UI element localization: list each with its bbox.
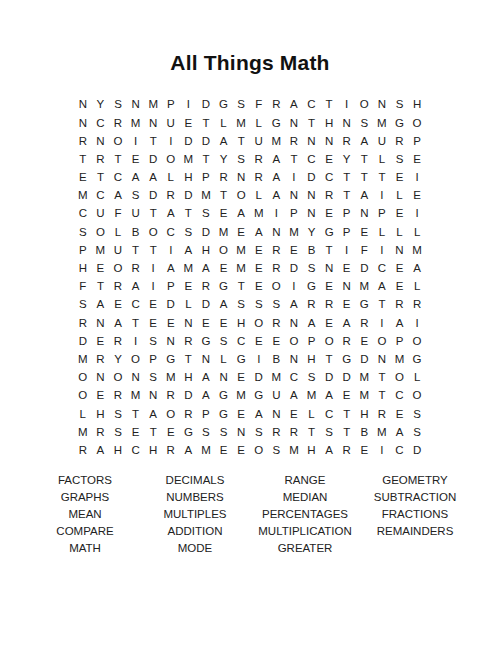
grid-cell: N [180, 314, 198, 332]
grid-cell: E [92, 260, 110, 278]
grid-cell: I [127, 332, 145, 350]
grid-cell: S [144, 369, 162, 387]
grid-cell: A [92, 442, 110, 460]
grid-cell: N [285, 114, 303, 132]
grid-cell: R [162, 442, 180, 460]
grid-cell: A [250, 223, 268, 241]
grid-cell: S [303, 369, 321, 387]
grid-cell: G [408, 351, 426, 369]
grid-cell: T [373, 296, 391, 314]
grid-cell: A [127, 278, 145, 296]
grid-cell: N [268, 405, 286, 423]
grid-cell: M [285, 442, 303, 460]
grid-cell: S [268, 442, 286, 460]
grid-cell: T [180, 205, 198, 223]
grid-cell: E [356, 223, 374, 241]
grid-cell: A [268, 169, 286, 187]
grid-cell: L [215, 351, 233, 369]
puzzle-page: All Things Math NYSNMPIDGSFRACTIONSHNCRM… [0, 51, 500, 647]
grid-cell: N [144, 387, 162, 405]
grid-cell: N [197, 351, 215, 369]
grid-cell: M [92, 242, 110, 260]
grid-cell: E [232, 369, 250, 387]
grid-cell: M [215, 223, 233, 241]
grid-cell: R [92, 151, 110, 169]
grid-cell: M [127, 387, 145, 405]
grid-cell: D [144, 187, 162, 205]
grid-cell: G [215, 387, 233, 405]
grid-cell: T [338, 405, 356, 423]
grid-cell: I [408, 205, 426, 223]
grid-cell: O [320, 332, 338, 350]
grid-cell: L [215, 114, 233, 132]
grid-cell: P [303, 332, 321, 350]
grid-cell: O [109, 260, 127, 278]
grid-cell: E [92, 387, 110, 405]
grid-cell: N [285, 187, 303, 205]
grid-cell: N [285, 314, 303, 332]
grid-cell: H [197, 242, 215, 260]
grid-cell: N [303, 187, 321, 205]
grid-cell: E [285, 405, 303, 423]
grid-cell: A [320, 387, 338, 405]
grid-cell: T [373, 387, 391, 405]
grid-cell: N [74, 114, 92, 132]
grid-cell: N [320, 260, 338, 278]
grid-cell: N [232, 169, 250, 187]
grid-cell: G [180, 423, 198, 441]
grid-cell: P [144, 351, 162, 369]
grid-cell: M [180, 151, 198, 169]
grid-cell: D [74, 332, 92, 350]
grid-cell: R [109, 387, 127, 405]
grid-cell: N [232, 423, 250, 441]
grid-cell: E [356, 442, 374, 460]
grid-cell: Y [338, 151, 356, 169]
grid-cell: L [391, 223, 409, 241]
grid-cell: N [92, 132, 110, 150]
grid-cell: E [391, 260, 409, 278]
grid-cell: P [74, 242, 92, 260]
grid-cell: N [74, 96, 92, 114]
grid-cell: E [320, 314, 338, 332]
grid-cell: N [144, 114, 162, 132]
grid-cell: S [232, 151, 250, 169]
grid-cell: P [197, 405, 215, 423]
grid-cell: R [109, 114, 127, 132]
grid-cell: T [74, 151, 92, 169]
grid-cell: O [162, 405, 180, 423]
grid-cell: N [338, 278, 356, 296]
grid-cell: S [232, 96, 250, 114]
grid-cell: E [197, 314, 215, 332]
grid-cell: R [320, 296, 338, 314]
grid-cell: M [232, 387, 250, 405]
grid-cell: T [197, 151, 215, 169]
grid-cell: S [215, 423, 233, 441]
grid-cell: D [197, 132, 215, 150]
grid-cell: O [74, 369, 92, 387]
grid-cell: A [338, 314, 356, 332]
grid-cell: D [144, 151, 162, 169]
grid-cell: N [320, 132, 338, 150]
grid-cell: R [74, 442, 92, 460]
grid-cell: G [391, 114, 409, 132]
grid-cell: A [268, 187, 286, 205]
grid-cell: R [338, 332, 356, 350]
grid-cell: O [373, 332, 391, 350]
grid-cell: G [356, 296, 374, 314]
grid-cell: R [338, 132, 356, 150]
grid-cell: L [180, 296, 198, 314]
grid-cell: A [408, 260, 426, 278]
grid-cell: C [232, 332, 250, 350]
grid-cell: M [232, 114, 250, 132]
grid-cell: R [180, 405, 198, 423]
grid-cell: E [320, 205, 338, 223]
grid-cell: P [197, 169, 215, 187]
grid-cell: C [162, 223, 180, 241]
grid-cell: S [250, 296, 268, 314]
grid-cell: A [391, 423, 409, 441]
grid-cell: M [74, 187, 92, 205]
grid-cell: R [268, 314, 286, 332]
grid-cell: A [144, 169, 162, 187]
grid-cell: G [320, 223, 338, 241]
grid-cell: T [303, 423, 321, 441]
grid-cell: B [127, 223, 145, 241]
grid-cell: E [250, 260, 268, 278]
grid-cell: T [320, 351, 338, 369]
grid-cell: M [268, 132, 286, 150]
grid-cell: S [408, 423, 426, 441]
grid-cell: C [391, 387, 409, 405]
grid-cell: R [109, 278, 127, 296]
grid-cell: S [127, 187, 145, 205]
word-item: MULTIPLES [140, 506, 250, 523]
grid-cell: M [356, 278, 374, 296]
grid-cell: C [391, 442, 409, 460]
word-item: FACTORS [30, 472, 140, 489]
grid-cell: T [215, 187, 233, 205]
grid-cell: D [197, 223, 215, 241]
grid-cell: H [303, 351, 321, 369]
grid-cell: M [303, 387, 321, 405]
grid-cell: L [250, 187, 268, 205]
grid-cell: I [144, 278, 162, 296]
grid-cell: F [74, 278, 92, 296]
grid-cell: O [92, 223, 110, 241]
grid-cell: E [408, 151, 426, 169]
grid-cell: M [180, 260, 198, 278]
grid-cell: E [320, 278, 338, 296]
grid-cell: G [338, 351, 356, 369]
grid-cell: E [215, 205, 233, 223]
grid-cell: N [92, 314, 110, 332]
grid-cell: O [144, 223, 162, 241]
grid-cell: T [356, 151, 374, 169]
word-item: MULTIPLICATION [250, 523, 360, 540]
grid-cell: O [391, 369, 409, 387]
grid-cell: A [180, 442, 198, 460]
grid-cell: S [320, 423, 338, 441]
grid-cell: A [285, 387, 303, 405]
grid-cell: T [109, 151, 127, 169]
grid-cell: I [408, 314, 426, 332]
grid-cell: T [232, 278, 250, 296]
grid-cell: R [391, 132, 409, 150]
grid-cell: R [268, 242, 286, 260]
grid-cell: E [215, 314, 233, 332]
grid-cell: A [303, 314, 321, 332]
grid-cell: H [232, 314, 250, 332]
grid-cell: H [92, 405, 110, 423]
grid-cell: L [250, 114, 268, 132]
grid-cell: C [92, 114, 110, 132]
grid-cell: I [285, 169, 303, 187]
grid-cell: T [144, 423, 162, 441]
grid-cell: G [215, 405, 233, 423]
grid-cell: N [215, 369, 233, 387]
grid-cell: A [144, 405, 162, 423]
grid-cell: E [180, 114, 198, 132]
grid-cell: T [303, 114, 321, 132]
grid-cell: E [250, 242, 268, 260]
grid-cell: L [162, 169, 180, 187]
grid-cell: E [320, 151, 338, 169]
word-item: REMAINDERS [360, 523, 470, 540]
grid-cell: G [303, 278, 321, 296]
grid-cell: N [162, 332, 180, 350]
word-column-2: DECIMALSNUMBERSMULTIPLESADDITIONMODE [140, 472, 250, 557]
grid-cell: T [285, 151, 303, 169]
grid-cell: T [144, 132, 162, 150]
grid-cell: I [338, 96, 356, 114]
grid-cell: Y [303, 223, 321, 241]
grid-cell: U [127, 205, 145, 223]
grid-cell: T [356, 169, 374, 187]
word-item: GREATER [250, 540, 360, 557]
grid-cell: I [338, 242, 356, 260]
grid-cell: A [197, 387, 215, 405]
grid-cell: A [285, 96, 303, 114]
grid-cell: M [74, 423, 92, 441]
grid-cell: O [162, 151, 180, 169]
grid-cell: R [268, 96, 286, 114]
grid-cell: M [144, 96, 162, 114]
grid-cell: R [250, 169, 268, 187]
grid-cell: A [215, 296, 233, 314]
grid-cell: T [127, 405, 145, 423]
grid-cell: I [250, 351, 268, 369]
grid-cell: D [197, 96, 215, 114]
grid-cell: R [109, 332, 127, 350]
grid-cell: R [268, 423, 286, 441]
grid-cell: R [162, 387, 180, 405]
word-item: COMPARE [30, 523, 140, 540]
grid-cell: U [250, 132, 268, 150]
grid-cell: C [285, 369, 303, 387]
grid-cell: U [373, 132, 391, 150]
grid-cell: C [320, 405, 338, 423]
grid-cell: A [197, 369, 215, 387]
grid-cell: H [74, 260, 92, 278]
grid-cell: M [197, 187, 215, 205]
grid-cell: L [408, 369, 426, 387]
grid-cell: T [92, 278, 110, 296]
grid-cell: D [162, 296, 180, 314]
grid-cell: M [268, 369, 286, 387]
grid-cell: P [408, 132, 426, 150]
grid-cell: S [74, 296, 92, 314]
word-column-1: FACTORSGRAPHSMEANCOMPAREMATH [30, 472, 140, 557]
word-item: MODE [140, 540, 250, 557]
grid-cell: G [215, 96, 233, 114]
grid-cell: H [180, 169, 198, 187]
grid-cell: M [197, 442, 215, 460]
grid-cell: N [356, 205, 374, 223]
grid-cell: O [250, 442, 268, 460]
grid-cell: C [127, 296, 145, 314]
grid-cell: R [268, 260, 286, 278]
grid-cell: S [144, 332, 162, 350]
grid-cell: I [144, 260, 162, 278]
grid-cell: T [92, 169, 110, 187]
word-item: ADDITION [140, 523, 250, 540]
grid-cell: D [180, 387, 198, 405]
grid-cell: A [250, 405, 268, 423]
grid-cell: L [408, 223, 426, 241]
grid-cell: I [285, 278, 303, 296]
puzzle-title: All Things Math [0, 51, 500, 75]
grid-cell: N [303, 205, 321, 223]
word-list: FACTORSGRAPHSMEANCOMPAREMATHDECIMALSNUMB… [30, 472, 470, 557]
grid-cell: A [373, 278, 391, 296]
grid-cell: G [268, 114, 286, 132]
grid-cell: M [162, 369, 180, 387]
grid-cell: L [373, 223, 391, 241]
letter-grid: NYSNMPIDGSFRACTIONSHNCRMNUETLMLGNTHNSMGO… [74, 96, 426, 460]
grid-cell: S [391, 151, 409, 169]
grid-cell: E [285, 242, 303, 260]
grid-cell: I [162, 132, 180, 150]
grid-cell: L [74, 405, 92, 423]
grid-cell: A [197, 260, 215, 278]
grid-cell: S [303, 260, 321, 278]
grid-cell: O [408, 332, 426, 350]
grid-cell: C [373, 260, 391, 278]
grid-cell: S [109, 405, 127, 423]
word-item: FRACTIONS [360, 506, 470, 523]
grid-cell: R [127, 260, 145, 278]
grid-cell: P [162, 278, 180, 296]
grid-cell: N [92, 369, 110, 387]
grid-cell: M [391, 351, 409, 369]
grid-cell: R [197, 278, 215, 296]
grid-cell: T [338, 423, 356, 441]
word-item: GRAPHS [30, 489, 140, 506]
grid-cell: E [338, 260, 356, 278]
word-item: SUBTRACTION [360, 489, 470, 506]
grid-cell: N [391, 242, 409, 260]
grid-cell: H [109, 442, 127, 460]
grid-cell: M [356, 387, 374, 405]
grid-cell: N [303, 132, 321, 150]
grid-cell: E [250, 332, 268, 350]
grid-cell: O [109, 369, 127, 387]
grid-cell: D [303, 169, 321, 187]
grid-cell: T [373, 169, 391, 187]
grid-cell: A [162, 260, 180, 278]
grid-cell: D [285, 260, 303, 278]
grid-cell: A [127, 169, 145, 187]
grid-cell: O [408, 387, 426, 405]
grid-cell: T [338, 169, 356, 187]
grid-cell: E [162, 423, 180, 441]
grid-cell: P [373, 205, 391, 223]
grid-cell: O [285, 332, 303, 350]
grid-cell: B [356, 423, 374, 441]
grid-cell: C [109, 169, 127, 187]
grid-cell: C [320, 169, 338, 187]
grid-cell: L [373, 151, 391, 169]
grid-cell: N [285, 351, 303, 369]
grid-cell: E [391, 205, 409, 223]
grid-cell: A [320, 442, 338, 460]
grid-cell: M [74, 351, 92, 369]
grid-cell: D [320, 369, 338, 387]
grid-cell: E [74, 169, 92, 187]
grid-cell: E [338, 296, 356, 314]
grid-cell: P [162, 96, 180, 114]
grid-cell: M [127, 114, 145, 132]
grid-cell: A [356, 132, 374, 150]
grid-cell: R [320, 187, 338, 205]
grid-cell: B [268, 351, 286, 369]
grid-cell: S [180, 223, 198, 241]
grid-cell: O [250, 314, 268, 332]
grid-cell: I [373, 187, 391, 205]
grid-cell: R [356, 314, 374, 332]
grid-cell: L [303, 405, 321, 423]
grid-cell: R [74, 314, 92, 332]
grid-cell: M [285, 223, 303, 241]
grid-cell: N [268, 223, 286, 241]
grid-cell: E [268, 332, 286, 350]
grid-cell: U [92, 205, 110, 223]
grid-cell: E [215, 260, 233, 278]
grid-cell: G [250, 387, 268, 405]
grid-cell: L [391, 187, 409, 205]
grid-cell: C [127, 442, 145, 460]
grid-cell: E [232, 405, 250, 423]
word-item: DECIMALS [140, 472, 250, 489]
grid-cell: A [391, 314, 409, 332]
grid-cell: R [338, 442, 356, 460]
grid-cell: A [285, 296, 303, 314]
grid-cell: A [180, 242, 198, 260]
grid-cell: E [215, 442, 233, 460]
grid-cell: I [373, 242, 391, 260]
grid-cell: N [127, 369, 145, 387]
grid-cell: N [338, 114, 356, 132]
grid-cell: S [250, 423, 268, 441]
grid-cell: E [109, 296, 127, 314]
grid-cell: E [127, 151, 145, 169]
word-item: PERCENTAGES [250, 506, 360, 523]
grid-cell: E [162, 314, 180, 332]
grid-cell: I [127, 132, 145, 150]
